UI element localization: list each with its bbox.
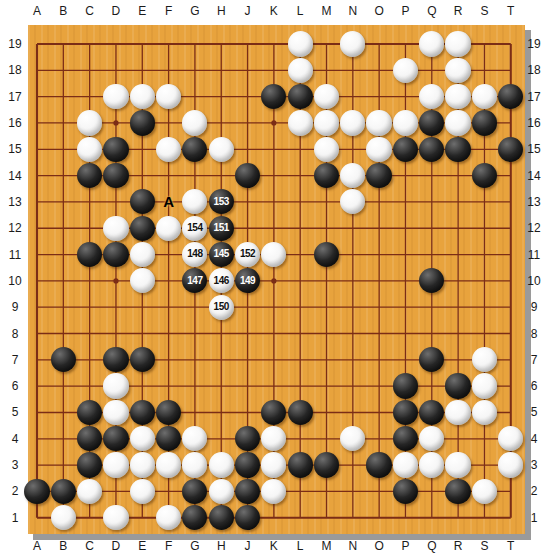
row-label-left-10: 10 bbox=[4, 274, 26, 288]
stone-E4 bbox=[130, 426, 155, 451]
stone-E2 bbox=[130, 479, 155, 504]
stone-T17 bbox=[498, 84, 523, 109]
stone-H15 bbox=[209, 137, 234, 162]
col-label-top-Q: Q bbox=[421, 4, 443, 18]
col-label-top-D: D bbox=[105, 4, 127, 18]
move-number-145: 145 bbox=[214, 249, 229, 259]
move-number-149: 149 bbox=[240, 276, 255, 286]
stone-F17 bbox=[156, 84, 181, 109]
stone-J2 bbox=[235, 479, 260, 504]
stone-P5 bbox=[393, 400, 418, 425]
stone-D15 bbox=[103, 137, 128, 162]
stone-J3 bbox=[235, 452, 260, 477]
col-label-top-K: K bbox=[263, 4, 285, 18]
stone-H10: 146 bbox=[209, 268, 234, 293]
stone-O14 bbox=[366, 163, 391, 188]
row-label-right-5: 5 bbox=[523, 405, 545, 419]
stone-R19 bbox=[445, 31, 470, 56]
stone-H11: 145 bbox=[209, 242, 234, 267]
row-label-left-2: 2 bbox=[4, 484, 26, 498]
move-number-152: 152 bbox=[240, 249, 255, 259]
stone-E3 bbox=[130, 452, 155, 477]
stone-S7 bbox=[472, 347, 497, 372]
stone-N19 bbox=[340, 31, 365, 56]
stone-N16 bbox=[340, 110, 365, 135]
stone-G1 bbox=[182, 505, 207, 530]
stone-L17 bbox=[288, 84, 313, 109]
stone-A2 bbox=[24, 479, 49, 504]
stone-R3 bbox=[445, 452, 470, 477]
col-label-bottom-R: R bbox=[447, 539, 469, 553]
stone-D14 bbox=[103, 163, 128, 188]
stone-Q17 bbox=[419, 84, 444, 109]
col-label-bottom-O: O bbox=[368, 539, 390, 553]
stones-layer: 153154151148145152147146149150A bbox=[24, 31, 524, 531]
stone-E16 bbox=[130, 110, 155, 135]
stone-H1 bbox=[209, 505, 234, 530]
move-number-148: 148 bbox=[187, 249, 202, 259]
row-label-right-16: 16 bbox=[523, 116, 545, 130]
stone-K5 bbox=[261, 400, 286, 425]
row-label-left-3: 3 bbox=[4, 458, 26, 472]
row-label-right-10: 10 bbox=[523, 274, 545, 288]
stone-D5 bbox=[103, 400, 128, 425]
stone-G12: 154 bbox=[182, 216, 207, 241]
stone-C15 bbox=[77, 137, 102, 162]
stone-F1 bbox=[156, 505, 181, 530]
col-label-bottom-D: D bbox=[105, 539, 127, 553]
stone-D1 bbox=[103, 505, 128, 530]
stone-N13 bbox=[340, 189, 365, 214]
stone-C14 bbox=[77, 163, 102, 188]
col-label-top-E: E bbox=[131, 4, 153, 18]
stone-P6 bbox=[393, 373, 418, 398]
stone-L3 bbox=[288, 452, 313, 477]
stone-T4 bbox=[498, 426, 523, 451]
stone-Q15 bbox=[419, 137, 444, 162]
stone-C5 bbox=[77, 400, 102, 425]
stone-K2 bbox=[261, 479, 286, 504]
col-label-bottom-K: K bbox=[263, 539, 285, 553]
stone-L18 bbox=[288, 58, 313, 83]
stone-E5 bbox=[130, 400, 155, 425]
stone-E11 bbox=[130, 242, 155, 267]
stone-R6 bbox=[445, 373, 470, 398]
stone-E12 bbox=[130, 216, 155, 241]
row-label-left-13: 13 bbox=[4, 195, 26, 209]
stone-D4 bbox=[103, 426, 128, 451]
row-label-right-7: 7 bbox=[523, 353, 545, 367]
stone-L5 bbox=[288, 400, 313, 425]
stone-P16 bbox=[393, 110, 418, 135]
stone-P15 bbox=[393, 137, 418, 162]
row-label-right-8: 8 bbox=[523, 327, 545, 341]
row-label-left-16: 16 bbox=[4, 116, 26, 130]
row-label-right-15: 15 bbox=[523, 142, 545, 156]
stone-T3 bbox=[498, 452, 523, 477]
stone-F3 bbox=[156, 452, 181, 477]
move-number-146: 146 bbox=[214, 276, 229, 286]
col-label-bottom-C: C bbox=[79, 539, 101, 553]
stone-D17 bbox=[103, 84, 128, 109]
col-label-top-M: M bbox=[316, 4, 338, 18]
move-number-147: 147 bbox=[187, 276, 202, 286]
stone-K3 bbox=[261, 452, 286, 477]
stone-M3 bbox=[314, 452, 339, 477]
col-label-bottom-L: L bbox=[289, 539, 311, 553]
col-label-bottom-S: S bbox=[473, 539, 495, 553]
col-label-top-J: J bbox=[237, 4, 259, 18]
stone-D12 bbox=[103, 216, 128, 241]
stone-P18 bbox=[393, 58, 418, 83]
stone-Q5 bbox=[419, 400, 444, 425]
stone-E10 bbox=[130, 268, 155, 293]
row-label-right-13: 13 bbox=[523, 195, 545, 209]
stone-C2 bbox=[77, 479, 102, 504]
stone-G3 bbox=[182, 452, 207, 477]
col-label-top-T: T bbox=[500, 4, 522, 18]
stone-O3 bbox=[366, 452, 391, 477]
stone-O16 bbox=[366, 110, 391, 135]
stone-C3 bbox=[77, 452, 102, 477]
stone-G15 bbox=[182, 137, 207, 162]
row-label-left-14: 14 bbox=[4, 169, 26, 183]
stone-R15 bbox=[445, 137, 470, 162]
move-number-154: 154 bbox=[187, 223, 202, 233]
stone-L16 bbox=[288, 110, 313, 135]
stone-K17 bbox=[261, 84, 286, 109]
col-label-top-F: F bbox=[158, 4, 180, 18]
row-label-right-12: 12 bbox=[523, 221, 545, 235]
row-label-left-15: 15 bbox=[4, 142, 26, 156]
stone-G2 bbox=[182, 479, 207, 504]
stone-K11 bbox=[261, 242, 286, 267]
stone-Q19 bbox=[419, 31, 444, 56]
stone-M15 bbox=[314, 137, 339, 162]
col-label-bottom-M: M bbox=[316, 539, 338, 553]
stone-J10: 149 bbox=[235, 268, 260, 293]
stone-B1 bbox=[51, 505, 76, 530]
col-label-top-R: R bbox=[447, 4, 469, 18]
stone-C16 bbox=[77, 110, 102, 135]
col-label-top-N: N bbox=[342, 4, 364, 18]
stone-L19 bbox=[288, 31, 313, 56]
stone-H2 bbox=[209, 479, 234, 504]
row-label-right-4: 4 bbox=[523, 432, 545, 446]
stone-F5 bbox=[156, 400, 181, 425]
col-label-top-A: A bbox=[26, 4, 48, 18]
stone-D7 bbox=[103, 347, 128, 372]
row-label-right-19: 19 bbox=[523, 37, 545, 51]
col-label-bottom-P: P bbox=[394, 539, 416, 553]
col-label-bottom-G: G bbox=[184, 539, 206, 553]
col-label-bottom-N: N bbox=[342, 539, 364, 553]
row-label-left-9: 9 bbox=[4, 300, 26, 314]
col-label-top-H: H bbox=[210, 4, 232, 18]
stone-S5 bbox=[472, 400, 497, 425]
stone-F4 bbox=[156, 426, 181, 451]
stone-O15 bbox=[366, 137, 391, 162]
stone-G13 bbox=[182, 189, 207, 214]
stone-S6 bbox=[472, 373, 497, 398]
move-number-150: 150 bbox=[214, 302, 229, 312]
stone-M11 bbox=[314, 242, 339, 267]
stone-Q4 bbox=[419, 426, 444, 451]
stone-J11: 152 bbox=[235, 242, 260, 267]
stone-P2 bbox=[393, 479, 418, 504]
stone-M17 bbox=[314, 84, 339, 109]
stone-B7 bbox=[51, 347, 76, 372]
stone-R16 bbox=[445, 110, 470, 135]
row-label-right-1: 1 bbox=[523, 511, 545, 525]
col-label-top-G: G bbox=[184, 4, 206, 18]
stone-G10: 147 bbox=[182, 268, 207, 293]
stone-T15 bbox=[498, 137, 523, 162]
stone-C4 bbox=[77, 426, 102, 451]
stone-D6 bbox=[103, 373, 128, 398]
stone-G4 bbox=[182, 426, 207, 451]
col-label-bottom-H: H bbox=[210, 539, 232, 553]
col-label-top-S: S bbox=[473, 4, 495, 18]
stone-P4 bbox=[393, 426, 418, 451]
col-label-bottom-F: F bbox=[158, 539, 180, 553]
stone-H9: 150 bbox=[209, 295, 234, 320]
stone-G11: 148 bbox=[182, 242, 207, 267]
row-label-right-6: 6 bbox=[523, 379, 545, 393]
col-label-bottom-Q: Q bbox=[421, 539, 443, 553]
row-label-left-11: 11 bbox=[4, 248, 26, 262]
col-label-top-C: C bbox=[79, 4, 101, 18]
stone-F15 bbox=[156, 137, 181, 162]
stone-J4 bbox=[235, 426, 260, 451]
move-number-153: 153 bbox=[214, 197, 229, 207]
stone-K4 bbox=[261, 426, 286, 451]
stone-F12 bbox=[156, 216, 181, 241]
row-label-left-17: 17 bbox=[4, 90, 26, 104]
col-label-top-B: B bbox=[52, 4, 74, 18]
stone-Q7 bbox=[419, 347, 444, 372]
stone-E7 bbox=[130, 347, 155, 372]
row-label-right-9: 9 bbox=[523, 300, 545, 314]
row-label-right-17: 17 bbox=[523, 90, 545, 104]
stone-E17 bbox=[130, 84, 155, 109]
move-number-151: 151 bbox=[214, 223, 229, 233]
col-label-bottom-A: A bbox=[26, 539, 48, 553]
row-label-left-7: 7 bbox=[4, 353, 26, 367]
row-label-left-1: 1 bbox=[4, 511, 26, 525]
row-label-right-18: 18 bbox=[523, 63, 545, 77]
stone-R2 bbox=[445, 479, 470, 504]
stone-S16 bbox=[472, 110, 497, 135]
stone-P3 bbox=[393, 452, 418, 477]
stone-G16 bbox=[182, 110, 207, 135]
row-label-left-12: 12 bbox=[4, 221, 26, 235]
stone-D11 bbox=[103, 242, 128, 267]
stone-B2 bbox=[51, 479, 76, 504]
stone-S17 bbox=[472, 84, 497, 109]
stone-R18 bbox=[445, 58, 470, 83]
stone-M14 bbox=[314, 163, 339, 188]
stone-N14 bbox=[340, 163, 365, 188]
col-label-top-O: O bbox=[368, 4, 390, 18]
row-label-right-3: 3 bbox=[523, 458, 545, 472]
stone-D3 bbox=[103, 452, 128, 477]
point-marker-A: A bbox=[163, 194, 174, 209]
stone-C11 bbox=[77, 242, 102, 267]
row-label-left-6: 6 bbox=[4, 379, 26, 393]
stone-E13 bbox=[130, 189, 155, 214]
stone-J14 bbox=[235, 163, 260, 188]
stone-S14 bbox=[472, 163, 497, 188]
stone-H12: 151 bbox=[209, 216, 234, 241]
row-label-right-2: 2 bbox=[523, 484, 545, 498]
stone-S2 bbox=[472, 479, 497, 504]
stone-H3 bbox=[209, 452, 234, 477]
col-label-bottom-T: T bbox=[500, 539, 522, 553]
row-label-left-5: 5 bbox=[4, 405, 26, 419]
row-label-left-18: 18 bbox=[4, 63, 26, 77]
row-label-right-14: 14 bbox=[523, 169, 545, 183]
col-label-top-P: P bbox=[394, 4, 416, 18]
stone-R5 bbox=[445, 400, 470, 425]
row-label-left-4: 4 bbox=[4, 432, 26, 446]
row-label-left-19: 19 bbox=[4, 37, 26, 51]
stone-H13: 153 bbox=[209, 189, 234, 214]
stone-Q3 bbox=[419, 452, 444, 477]
stone-J1 bbox=[235, 505, 260, 530]
row-label-left-8: 8 bbox=[4, 327, 26, 341]
col-label-bottom-B: B bbox=[52, 539, 74, 553]
col-label-bottom-E: E bbox=[131, 539, 153, 553]
col-label-bottom-J: J bbox=[237, 539, 259, 553]
stone-Q10 bbox=[419, 268, 444, 293]
go-diagram: AABBCCDDEEFFGGHHJJKKLLMMNNOOPPQQRRSSTT19… bbox=[0, 0, 548, 557]
stone-R17 bbox=[445, 84, 470, 109]
stone-Q16 bbox=[419, 110, 444, 135]
stone-M16 bbox=[314, 110, 339, 135]
col-label-top-L: L bbox=[289, 4, 311, 18]
stone-N4 bbox=[340, 426, 365, 451]
row-label-right-11: 11 bbox=[523, 248, 545, 262]
